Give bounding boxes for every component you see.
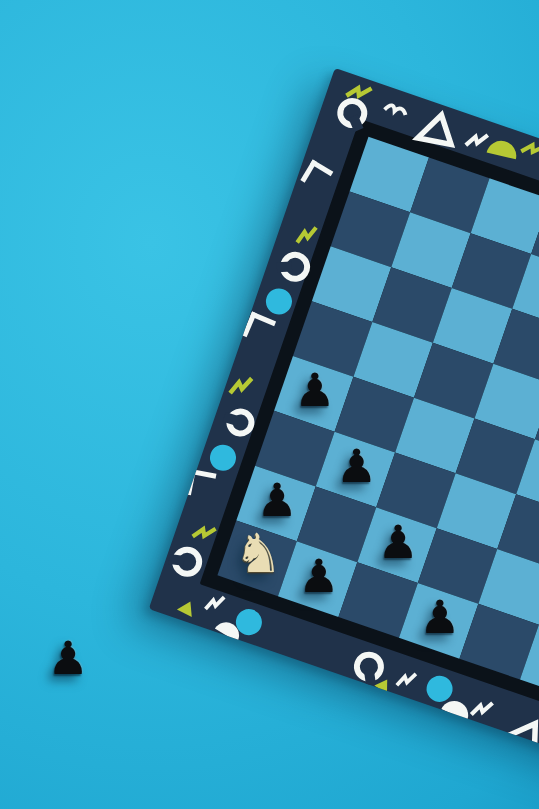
border-shape-circle-cyan (423, 672, 456, 705)
border-shape-bracket-white (186, 469, 216, 499)
border-shape-bracket-white (300, 160, 333, 193)
border-shape-ring-white (172, 547, 203, 578)
black-pawn-b3[interactable]: ♟ (336, 443, 377, 489)
border-shape-zig-white (202, 590, 228, 616)
border-shape-tri-white (499, 707, 539, 762)
border-shape-triS-lime (174, 594, 201, 621)
border-shape-semi-white (441, 696, 472, 721)
white-knight-a1[interactable]: ♞ (234, 527, 282, 581)
border-shape-zig-white (468, 694, 497, 723)
border-shape-circle-cyan (206, 441, 239, 474)
border-shape-bracket-white (242, 311, 276, 345)
border-shape-zig-lime (517, 133, 539, 166)
black-pawn-a4[interactable]: ♟ (294, 367, 335, 413)
table-surface: ♟♟♟♟♞♟♟ ♟ (0, 0, 539, 809)
border-shape-zig-lime (342, 75, 377, 110)
black-pawn-c2[interactable]: ♟ (378, 519, 419, 565)
border-shape-zig-white (394, 666, 420, 692)
border-shape-wave-white (378, 92, 414, 128)
border-shape-semi-lime (487, 138, 520, 159)
border-shape-ring-white (350, 648, 387, 685)
border-shape-circle-cyan (262, 285, 295, 318)
border-shape-zig-white (462, 125, 493, 156)
border-shape-zig-lime (227, 371, 257, 401)
chess-board: ♟♟♟♟♞♟♟ (149, 68, 539, 809)
captured-black-pawn[interactable]: ♟ (47, 635, 88, 681)
board-grid: ♟♟♟♟♞♟♟ (217, 137, 539, 742)
border-shape-semi-white (215, 617, 244, 642)
black-pawn-b1[interactable]: ♟ (298, 553, 339, 599)
black-pawn-d1[interactable]: ♟ (419, 594, 460, 640)
black-pawn-a2[interactable]: ♟ (257, 477, 298, 523)
border-shape-circle-cyan (232, 606, 265, 639)
board-inner-frame: ♟♟♟♟♞♟♟ (200, 119, 539, 760)
border-shape-triS-lime (371, 672, 396, 697)
